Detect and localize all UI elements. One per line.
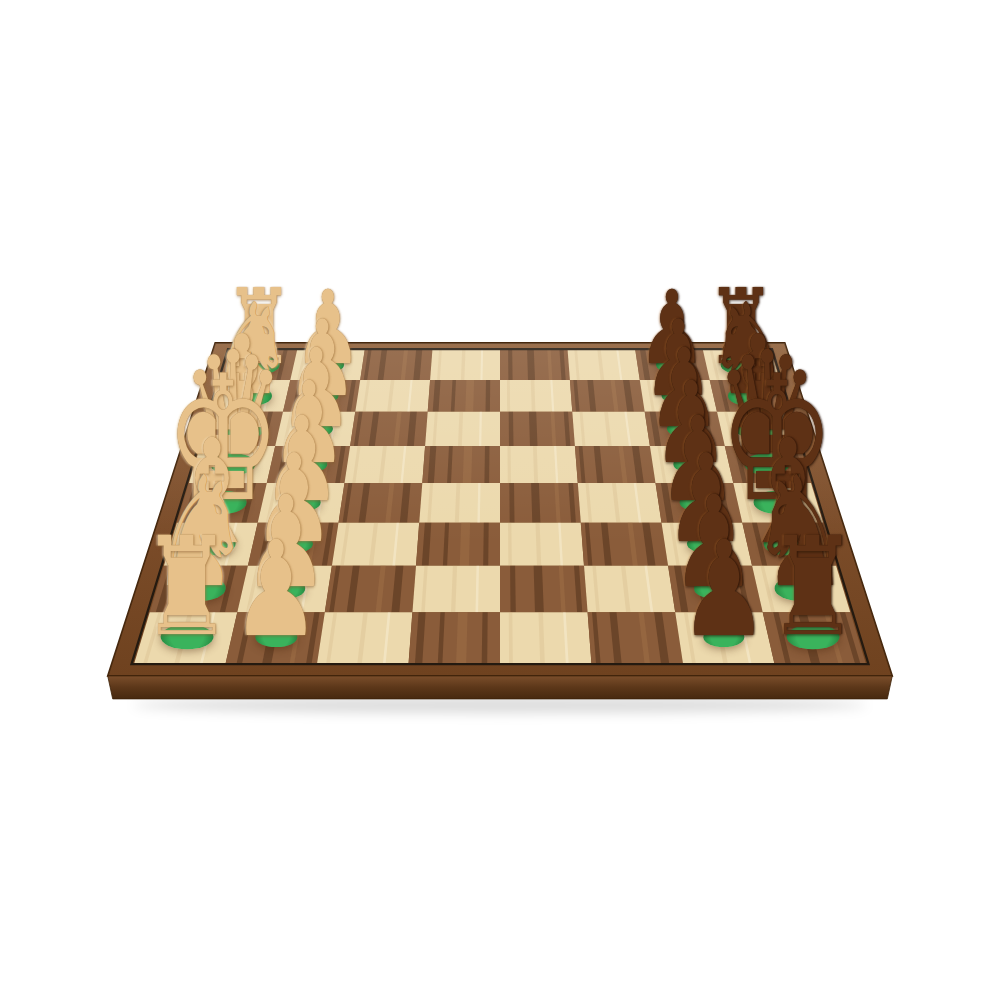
chess-set-photo: ♜♞♝♛♚♝♞♜♟♟♟♟♟♟♟♟♟♟♟♟♟♟♟♟♜♞♝♛♚♝♞♜	[0, 0, 1000, 1000]
chess-board	[0, 0, 1000, 1000]
board-sheen	[108, 343, 893, 676]
board-front-edge	[108, 676, 893, 699]
